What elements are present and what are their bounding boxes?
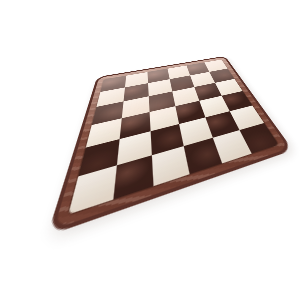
product-photo-background bbox=[0, 0, 300, 300]
board-grid bbox=[68, 60, 278, 215]
board-square bbox=[68, 165, 117, 214]
checkerboard-mat bbox=[47, 56, 293, 236]
